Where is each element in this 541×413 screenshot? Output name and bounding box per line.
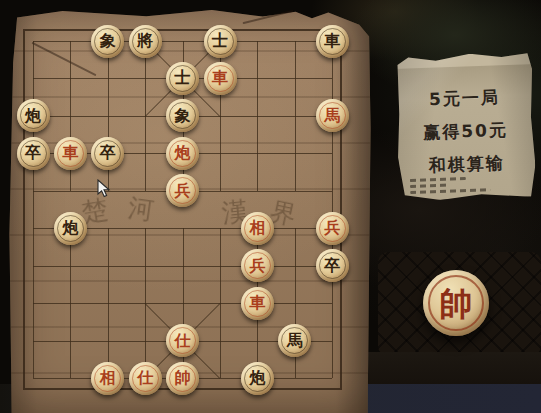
piece-車[interactable]: 車 <box>316 25 349 58</box>
piece-帥[interactable]: 帥 <box>166 362 199 395</box>
piece-glyph: 兵 <box>175 183 191 199</box>
river-mark: 河 <box>126 190 157 228</box>
red-general-indicator[interactable]: 帥 <box>423 270 489 336</box>
sign-line-1: 5元一局 <box>395 80 533 118</box>
sign-fine-print <box>410 173 491 194</box>
piece-glyph: 象 <box>100 33 116 49</box>
sign-line-2: 赢得50元 <box>397 113 535 151</box>
piece-glyph: 炮 <box>62 220 78 236</box>
piece-兵[interactable]: 兵 <box>241 249 274 282</box>
piece-glyph: 士 <box>212 33 228 49</box>
piece-glyph: 車 <box>62 145 78 161</box>
piece-卒[interactable]: 卒 <box>17 137 50 170</box>
piece-glyph: 仕 <box>175 333 191 349</box>
piece-馬[interactable]: 馬 <box>316 99 349 132</box>
piece-glyph: 相 <box>100 370 116 386</box>
piece-炮[interactable]: 炮 <box>166 137 199 170</box>
piece-glyph: 炮 <box>249 370 265 386</box>
piece-炮[interactable]: 炮 <box>54 212 87 245</box>
piece-glyph: 帥 <box>175 370 191 386</box>
piece-仕[interactable]: 仕 <box>129 362 162 395</box>
price-sign: 5元一局 赢得50元 和棋算输 <box>395 52 537 202</box>
piece-炮[interactable]: 炮 <box>17 99 50 132</box>
piece-glyph: 馬 <box>287 333 303 349</box>
piece-glyph: 車 <box>249 295 265 311</box>
piece-士[interactable]: 士 <box>166 62 199 95</box>
piece-相[interactable]: 相 <box>91 362 124 395</box>
piece-士[interactable]: 士 <box>204 25 237 58</box>
piece-象[interactable]: 象 <box>91 25 124 58</box>
piece-glyph: 車 <box>212 70 228 86</box>
red-general-glyph: 帥 <box>440 287 473 320</box>
piece-glyph: 仕 <box>137 370 153 386</box>
piece-glyph: 士 <box>175 70 191 86</box>
piece-炮[interactable]: 炮 <box>241 362 274 395</box>
piece-glyph: 卒 <box>100 145 116 161</box>
piece-glyph: 卒 <box>25 145 41 161</box>
piece-車[interactable]: 車 <box>241 287 274 320</box>
piece-兵[interactable]: 兵 <box>316 212 349 245</box>
piece-glyph: 兵 <box>249 258 265 274</box>
piece-glyph: 馬 <box>324 108 340 124</box>
piece-相[interactable]: 相 <box>241 212 274 245</box>
piece-卒[interactable]: 卒 <box>316 249 349 282</box>
piece-glyph: 車 <box>324 33 340 49</box>
mouse-cursor <box>97 179 113 199</box>
piece-仕[interactable]: 仕 <box>166 324 199 357</box>
piece-glyph: 兵 <box>324 220 340 236</box>
piece-車[interactable]: 車 <box>54 137 87 170</box>
piece-glyph: 將 <box>137 33 153 49</box>
piece-glyph: 相 <box>249 220 265 236</box>
piece-glyph: 炮 <box>25 108 41 124</box>
game-screen: 楚 河 漢 界 象將士車士車炮象馬卒車卒炮兵炮相兵兵卒車仕馬相仕帥炮 5元一局 … <box>0 0 541 413</box>
piece-車[interactable]: 車 <box>204 62 237 95</box>
piece-glyph: 卒 <box>324 258 340 274</box>
piece-glyph: 炮 <box>175 145 191 161</box>
piece-將[interactable]: 將 <box>129 25 162 58</box>
piece-glyph: 象 <box>175 108 191 124</box>
piece-卒[interactable]: 卒 <box>91 137 124 170</box>
